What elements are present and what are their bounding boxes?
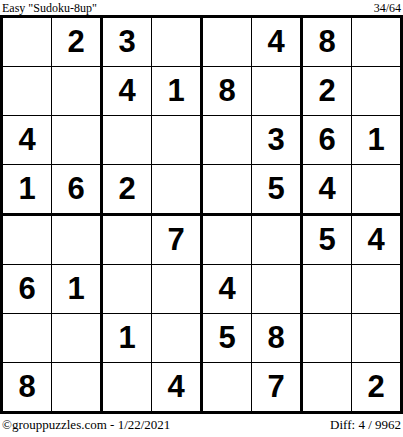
cell-r7c1-empty[interactable] — [3, 314, 52, 363]
sudoku-grid: 234841824361162547546141588472 — [0, 15, 403, 414]
cell-r2c3-given: 4 — [103, 67, 152, 116]
cell-r6c5-given: 4 — [203, 265, 252, 314]
cell-r7c7-empty[interactable] — [303, 314, 352, 363]
cell-r5c3-empty[interactable] — [103, 216, 152, 265]
cell-r5c6-empty[interactable] — [252, 216, 303, 265]
puzzle-title: Easy "Sudoku-8up" — [2, 2, 97, 15]
cell-r8c8-given: 2 — [352, 363, 400, 411]
cell-r8c6-given: 7 — [252, 363, 303, 411]
cell-r2c8-empty[interactable] — [352, 67, 400, 116]
cell-r5c7-given: 5 — [303, 216, 352, 265]
cell-r3c4-empty[interactable] — [152, 116, 203, 165]
cell-r3c1-given: 4 — [3, 116, 52, 165]
cell-r4c3-given: 2 — [103, 165, 152, 216]
cell-r2c4-given: 1 — [152, 67, 203, 116]
cell-r7c3-given: 1 — [103, 314, 152, 363]
cell-r8c3-empty[interactable] — [103, 363, 152, 411]
cell-r1c1-empty[interactable] — [3, 18, 52, 67]
cell-r4c2-given: 6 — [52, 165, 103, 216]
cell-r5c1-empty[interactable] — [3, 216, 52, 265]
cell-r7c8-empty[interactable] — [352, 314, 400, 363]
cell-r7c6-given: 8 — [252, 314, 303, 363]
cell-r1c4-empty[interactable] — [152, 18, 203, 67]
cell-r8c7-empty[interactable] — [303, 363, 352, 411]
cell-r2c6-empty[interactable] — [252, 67, 303, 116]
sudoku-page: Easy "Sudoku-8up" 34/64 2348418243611625… — [0, 0, 403, 437]
cell-r2c5-given: 8 — [203, 67, 252, 116]
cell-r6c2-given: 1 — [52, 265, 103, 314]
cell-r6c1-given: 6 — [3, 265, 52, 314]
cell-r1c7-given: 8 — [303, 18, 352, 67]
cell-r7c2-empty[interactable] — [52, 314, 103, 363]
difficulty-text: Diff: 4 / 9962 — [330, 417, 401, 433]
cell-r5c8-given: 4 — [352, 216, 400, 265]
cell-r8c5-empty[interactable] — [203, 363, 252, 411]
cell-r3c2-empty[interactable] — [52, 116, 103, 165]
puzzle-counter: 34/64 — [374, 2, 401, 15]
cell-r3c3-empty[interactable] — [103, 116, 152, 165]
cell-r4c6-given: 5 — [252, 165, 303, 216]
copyright-text: ©grouppuzzles.com - 1/22/2021 — [2, 417, 170, 433]
cell-r3c8-given: 1 — [352, 116, 400, 165]
cell-r8c1-given: 8 — [3, 363, 52, 411]
cell-r6c6-empty[interactable] — [252, 265, 303, 314]
cell-r6c4-empty[interactable] — [152, 265, 203, 314]
cell-r1c8-empty[interactable] — [352, 18, 400, 67]
cell-r1c6-given: 4 — [252, 18, 303, 67]
cell-r8c2-empty[interactable] — [52, 363, 103, 411]
cell-r5c2-empty[interactable] — [52, 216, 103, 265]
cell-r2c1-empty[interactable] — [3, 67, 52, 116]
cell-r7c4-empty[interactable] — [152, 314, 203, 363]
cell-r3c6-given: 3 — [252, 116, 303, 165]
cell-r7c5-given: 5 — [203, 314, 252, 363]
cell-r4c8-empty[interactable] — [352, 165, 400, 216]
header-bar: Easy "Sudoku-8up" 34/64 — [0, 0, 403, 15]
cell-r4c5-empty[interactable] — [203, 165, 252, 216]
cell-r5c4-given: 7 — [152, 216, 203, 265]
cell-r3c7-given: 6 — [303, 116, 352, 165]
cell-r1c2-given: 2 — [52, 18, 103, 67]
cell-r2c2-empty[interactable] — [52, 67, 103, 116]
cell-r4c1-given: 1 — [3, 165, 52, 216]
cell-r4c7-given: 4 — [303, 165, 352, 216]
cell-r4c4-empty[interactable] — [152, 165, 203, 216]
cell-r6c3-empty[interactable] — [103, 265, 152, 314]
cell-r2c7-given: 2 — [303, 67, 352, 116]
cell-r6c8-empty[interactable] — [352, 265, 400, 314]
cell-r1c3-given: 3 — [103, 18, 152, 67]
cell-r6c7-empty[interactable] — [303, 265, 352, 314]
cell-r8c4-given: 4 — [152, 363, 203, 411]
footer-bar: ©grouppuzzles.com - 1/22/2021 Diff: 4 / … — [0, 414, 403, 437]
cell-r5c5-empty[interactable] — [203, 216, 252, 265]
cell-r1c5-empty[interactable] — [203, 18, 252, 67]
cell-r3c5-empty[interactable] — [203, 116, 252, 165]
